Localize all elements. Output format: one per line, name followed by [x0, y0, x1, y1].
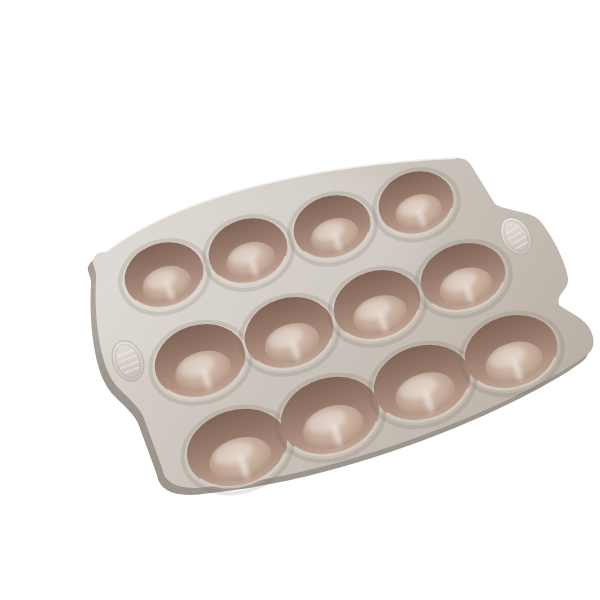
product-photo [40, 16, 600, 600]
muffin-pan-illustration [40, 16, 600, 600]
